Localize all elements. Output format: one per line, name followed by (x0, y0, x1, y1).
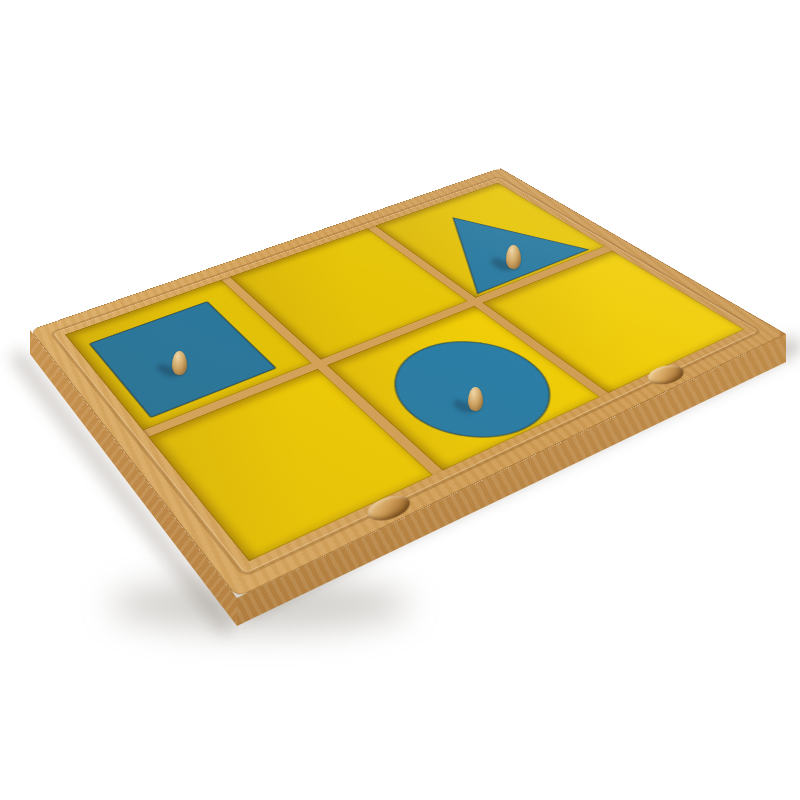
circle-knob[interactable] (468, 387, 483, 411)
triangle-knob[interactable] (506, 245, 521, 269)
square-knob[interactable] (172, 351, 187, 375)
product-photo-scene (0, 0, 800, 800)
